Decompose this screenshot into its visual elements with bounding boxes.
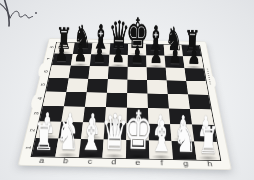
piece-shadow	[151, 154, 171, 159]
square-b6	[69, 66, 90, 79]
square-d2: ♟	[104, 123, 127, 140]
square-c8: ♝	[91, 43, 110, 54]
file-label-d: d	[102, 158, 126, 167]
square-f1: ♝	[149, 140, 173, 159]
square-e8: ♚	[128, 44, 146, 56]
square-c2: ♟	[81, 122, 105, 139]
rank-label-6: 6	[35, 68, 56, 74]
rank-label-1: 1	[15, 144, 40, 152]
square-c3	[83, 107, 106, 123]
square-h6	[185, 68, 206, 81]
file-label-a: a	[29, 156, 55, 164]
square-d8: ♛	[110, 44, 129, 56]
rank-label-8: 8	[42, 45, 61, 50]
rank-label-4: 4	[28, 95, 50, 101]
square-d6	[108, 67, 128, 80]
square-f3	[148, 108, 170, 124]
square-c6	[88, 66, 108, 79]
square-c1: ♝	[79, 139, 104, 158]
square-b5	[66, 78, 88, 92]
rank-label-7: 7	[39, 56, 59, 61]
black-queen-d8: ♛	[108, 16, 130, 55]
square-d4	[106, 93, 127, 108]
square-d1: ♛	[102, 140, 126, 159]
square-f7: ♟	[146, 55, 165, 67]
black-rook-h8: ♜	[184, 27, 201, 56]
square-f2: ♟	[148, 124, 171, 141]
square-d7: ♟	[109, 55, 128, 67]
file-label-h: h	[197, 160, 222, 169]
black-knight-g8: ♞	[165, 23, 184, 55]
square-e3	[127, 108, 149, 124]
black-knight-b8: ♞	[73, 21, 92, 53]
square-h8: ♜	[182, 45, 202, 57]
square-f6	[147, 67, 167, 80]
file-label-b: b	[53, 157, 78, 165]
piece-shadow	[198, 155, 218, 160]
board-scene: ♜♞♝♛♚♝♞♜♟♟♟♟♟♟♟♟♟♟♟♟♟♟♟♟♜♞♝♛♚♝♞♜ abcdefg…	[12, 0, 242, 169]
square-g5	[167, 80, 188, 94]
square-b2: ♟	[58, 122, 83, 139]
file-label-f: f	[150, 159, 174, 168]
file-label-g: g	[174, 159, 199, 168]
square-d3	[105, 107, 127, 123]
square-b4	[64, 92, 87, 107]
square-e1: ♚	[126, 140, 150, 159]
black-bishop-f8: ♝	[146, 21, 165, 55]
square-b3	[61, 106, 85, 122]
chess-board: ♜♞♝♛♚♝♞♜♟♟♟♟♟♟♟♟♟♟♟♟♟♟♟♟♜♞♝♛♚♝♞♜	[31, 42, 222, 161]
square-e4	[127, 93, 148, 108]
square-h2: ♟	[192, 125, 217, 142]
square-b8: ♞	[73, 43, 93, 54]
square-g7: ♟	[165, 56, 185, 68]
square-g4	[168, 94, 190, 109]
mat-ripple	[210, 76, 217, 87]
square-f4	[147, 94, 168, 109]
rank-label-2: 2	[20, 126, 44, 133]
rank-label-3: 3	[24, 110, 47, 117]
square-f5	[147, 80, 168, 94]
square-e7: ♟	[128, 55, 147, 67]
square-g2: ♟	[170, 124, 194, 141]
square-h1: ♜	[194, 141, 220, 160]
square-g8: ♞	[164, 45, 183, 57]
photo-stage: ♜♞♝♛♚♝♞♜♟♟♟♟♟♟♟♟♟♟♟♟♟♟♟♟♜♞♝♛♚♝♞♜ abcdefg…	[0, 0, 254, 180]
file-label-e: e	[126, 158, 150, 167]
file-label-c: c	[77, 157, 102, 165]
square-g6	[166, 68, 187, 81]
square-c7: ♟	[90, 54, 110, 66]
square-b7: ♟	[71, 54, 91, 66]
chess-mat: ♜♞♝♛♚♝♞♜♟♟♟♟♟♟♟♟♟♟♟♟♟♟♟♟♜♞♝♛♚♝♞♜ abcdefg…	[19, 39, 231, 169]
square-d5	[107, 79, 128, 93]
square-e6	[127, 67, 147, 80]
square-h7: ♟	[183, 56, 204, 68]
square-h5	[186, 81, 208, 95]
square-c4	[85, 92, 107, 107]
square-h3	[190, 109, 214, 125]
square-b1: ♞	[55, 139, 81, 158]
square-h4	[188, 94, 211, 109]
square-c5	[87, 79, 108, 93]
square-f8: ♝	[146, 44, 165, 56]
square-e5	[127, 80, 147, 94]
rank-label-5: 5	[32, 81, 53, 87]
square-g1: ♞	[172, 141, 197, 160]
square-g3	[169, 109, 192, 125]
black-bishop-c8: ♝	[91, 20, 110, 54]
square-e2: ♟	[126, 123, 149, 140]
